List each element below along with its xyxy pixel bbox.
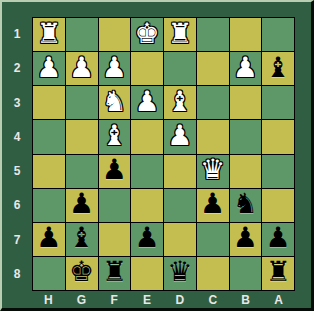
square-b8[interactable]	[230, 257, 262, 290]
rank-label-2: 2	[2, 51, 32, 85]
square-g5[interactable]	[66, 155, 98, 188]
file-label-e: E	[131, 291, 164, 308]
square-a3[interactable]	[262, 86, 294, 119]
white-pawn-piece[interactable]: ♟	[167, 122, 192, 150]
black-rook-piece[interactable]: ♜	[266, 258, 291, 286]
file-labels: H G F E D C B A	[32, 291, 295, 308]
square-b7[interactable]: ♟	[230, 223, 262, 256]
square-g7[interactable]: ♝	[66, 223, 98, 256]
square-d4[interactable]: ♟	[164, 120, 196, 153]
file-label-b: B	[229, 291, 262, 308]
square-b5[interactable]	[230, 155, 262, 188]
square-g3[interactable]	[66, 86, 98, 119]
square-e1[interactable]: ♚	[131, 18, 163, 51]
white-bishop-piece[interactable]: ♝	[167, 88, 192, 116]
square-f8[interactable]: ♜	[99, 257, 131, 290]
square-a2[interactable]: ♝	[262, 52, 294, 85]
square-f6[interactable]	[99, 189, 131, 222]
square-f2[interactable]: ♟	[99, 52, 131, 85]
board-panel: 1 2 3 4 5 6 7 8 ♜♚♜♟♟♟♟♝♞♟♝♝♟♟♛♟♟♞♟♝♟♟♟♚…	[0, 0, 314, 311]
file-label-h: H	[32, 291, 65, 308]
square-g2[interactable]: ♟	[66, 52, 98, 85]
white-pawn-piece[interactable]: ♟	[233, 54, 258, 82]
square-f7[interactable]	[99, 223, 131, 256]
square-h2[interactable]: ♟	[33, 52, 65, 85]
file-label-c: C	[196, 291, 229, 308]
square-a1[interactable]	[262, 18, 294, 51]
square-c5[interactable]: ♛	[197, 155, 229, 188]
square-b6[interactable]: ♞	[230, 189, 262, 222]
square-d7[interactable]	[164, 223, 196, 256]
square-c1[interactable]	[197, 18, 229, 51]
square-d5[interactable]	[164, 155, 196, 188]
square-a8[interactable]: ♜	[262, 257, 294, 290]
square-h7[interactable]: ♟	[33, 223, 65, 256]
square-e8[interactable]	[131, 257, 163, 290]
black-knight-piece[interactable]: ♞	[233, 190, 258, 218]
square-g8[interactable]: ♚	[66, 257, 98, 290]
file-label-g: G	[65, 291, 98, 308]
square-g6[interactable]: ♟	[66, 189, 98, 222]
black-pawn-piece[interactable]: ♟	[102, 156, 127, 184]
black-queen-piece[interactable]: ♛	[167, 258, 192, 286]
white-bishop-piece[interactable]: ♝	[102, 122, 127, 150]
white-rook-piece[interactable]: ♜	[36, 20, 61, 48]
square-d8[interactable]: ♛	[164, 257, 196, 290]
file-label-d: D	[164, 291, 197, 308]
white-pawn-piece[interactable]: ♟	[69, 54, 94, 82]
square-f5[interactable]: ♟	[99, 155, 131, 188]
square-c3[interactable]	[197, 86, 229, 119]
square-c4[interactable]	[197, 120, 229, 153]
square-h3[interactable]	[33, 86, 65, 119]
square-a7[interactable]: ♟	[262, 223, 294, 256]
rank-label-3: 3	[2, 86, 32, 120]
square-e4[interactable]	[131, 120, 163, 153]
rank-label-8: 8	[2, 257, 32, 291]
square-d3[interactable]: ♝	[164, 86, 196, 119]
square-e7[interactable]: ♟	[131, 223, 163, 256]
square-c8[interactable]	[197, 257, 229, 290]
rank-label-7: 7	[2, 223, 32, 257]
file-label-f: F	[98, 291, 131, 308]
rank-label-5: 5	[2, 154, 32, 188]
white-knight-piece[interactable]: ♞	[102, 88, 127, 116]
white-pawn-piece[interactable]: ♟	[36, 54, 61, 82]
square-c7[interactable]	[197, 223, 229, 256]
white-rook-piece[interactable]: ♜	[167, 20, 192, 48]
white-queen-piece[interactable]: ♛	[200, 156, 225, 184]
black-pawn-piece[interactable]: ♟	[266, 224, 291, 252]
square-f3[interactable]: ♞	[99, 86, 131, 119]
square-h5[interactable]	[33, 155, 65, 188]
square-c2[interactable]	[197, 52, 229, 85]
square-a4[interactable]	[262, 120, 294, 153]
square-g1[interactable]	[66, 18, 98, 51]
black-pawn-piece[interactable]: ♟	[200, 190, 225, 218]
square-d2[interactable]	[164, 52, 196, 85]
square-b4[interactable]	[230, 120, 262, 153]
square-c6[interactable]: ♟	[197, 189, 229, 222]
square-g4[interactable]	[66, 120, 98, 153]
square-f4[interactable]: ♝	[99, 120, 131, 153]
square-h1[interactable]: ♜	[33, 18, 65, 51]
chess-board: ♜♚♜♟♟♟♟♝♞♟♝♝♟♟♛♟♟♞♟♝♟♟♟♚♜♛♜	[32, 17, 295, 291]
white-king-piece[interactable]: ♚	[135, 20, 160, 48]
rank-labels: 1 2 3 4 5 6 7 8	[2, 17, 32, 291]
square-a6[interactable]	[262, 189, 294, 222]
black-bishop-piece[interactable]: ♝	[69, 224, 94, 252]
square-a5[interactable]	[262, 155, 294, 188]
black-bishop-piece[interactable]: ♝	[266, 54, 291, 82]
square-h4[interactable]	[33, 120, 65, 153]
square-f1[interactable]	[99, 18, 131, 51]
black-pawn-piece[interactable]: ♟	[36, 224, 61, 252]
square-e5[interactable]	[131, 155, 163, 188]
black-pawn-piece[interactable]: ♟	[69, 190, 94, 218]
black-pawn-piece[interactable]: ♟	[233, 224, 258, 252]
square-h6[interactable]	[33, 189, 65, 222]
square-b1[interactable]	[230, 18, 262, 51]
rank-label-6: 6	[2, 188, 32, 222]
square-b2[interactable]: ♟	[230, 52, 262, 85]
black-pawn-piece[interactable]: ♟	[135, 224, 160, 252]
rank-label-1: 1	[2, 17, 32, 51]
square-b3[interactable]	[230, 86, 262, 119]
square-e2[interactable]	[131, 52, 163, 85]
square-e6[interactable]	[131, 189, 163, 222]
file-label-a: A	[262, 291, 295, 308]
white-pawn-piece[interactable]: ♟	[102, 54, 127, 82]
square-e3[interactable]: ♟	[131, 86, 163, 119]
square-h8[interactable]	[33, 257, 65, 290]
square-d1[interactable]: ♜	[164, 18, 196, 51]
white-pawn-piece[interactable]: ♟	[135, 88, 160, 116]
square-d6[interactable]	[164, 189, 196, 222]
black-king-piece[interactable]: ♚	[69, 258, 94, 286]
rank-label-4: 4	[2, 120, 32, 154]
black-rook-piece[interactable]: ♜	[102, 258, 127, 286]
